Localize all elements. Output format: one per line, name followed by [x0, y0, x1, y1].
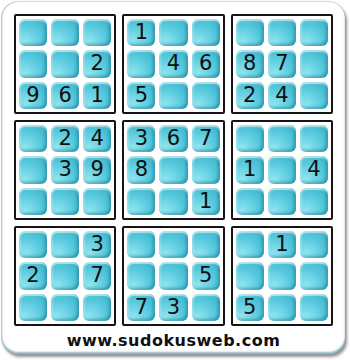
- sudoku-cell-r9c9[interactable]: [300, 294, 328, 321]
- sudoku-cell-r7c8[interactable]: 1: [268, 231, 296, 258]
- sudoku-cell-r2c9[interactable]: [300, 50, 328, 77]
- sudoku-cell-r7c4[interactable]: [127, 231, 155, 258]
- sudoku-cell-r9c5[interactable]: 3: [159, 294, 187, 321]
- sudoku-cell-r8c3[interactable]: 7: [83, 262, 111, 289]
- sudoku-cell-r5c8[interactable]: [268, 156, 296, 183]
- sudoku-cell-r3c4[interactable]: 5: [127, 82, 155, 109]
- sudoku-cell-r4c6[interactable]: 7: [192, 125, 220, 152]
- sudoku-cell-r7c7[interactable]: [236, 231, 264, 258]
- sudoku-cell-r5c9[interactable]: 4: [300, 156, 328, 183]
- sudoku-cell-r6c6[interactable]: 1: [192, 188, 220, 215]
- sudoku-cell-r2c7[interactable]: 8: [236, 50, 264, 77]
- sudoku-cell-r8c5[interactable]: [159, 262, 187, 289]
- sudoku-cell-r7c2[interactable]: [51, 231, 79, 258]
- sudoku-cell-r1c7[interactable]: [236, 19, 264, 46]
- sudoku-cell-r9c7[interactable]: 5: [236, 294, 264, 321]
- sudoku-cell-r4c1[interactable]: [19, 125, 47, 152]
- sudoku-cell-r6c2[interactable]: [51, 188, 79, 215]
- site-url-text: www.sudokusweb.com: [67, 331, 281, 350]
- sudoku-cell-r2c2[interactable]: [51, 50, 79, 77]
- sudoku-cell-r7c5[interactable]: [159, 231, 187, 258]
- sudoku-cell-r4c9[interactable]: [300, 125, 328, 152]
- sudoku-box-9: 15: [231, 226, 333, 326]
- sudoku-cell-r6c9[interactable]: [300, 188, 328, 215]
- sudoku-cell-r2c3[interactable]: 2: [83, 50, 111, 77]
- sudoku-cell-r6c3[interactable]: [83, 188, 111, 215]
- sudoku-cell-r8c6[interactable]: 5: [192, 262, 220, 289]
- sudoku-box-5: 36781: [122, 120, 224, 220]
- sudoku-cell-r2c4[interactable]: [127, 50, 155, 77]
- sudoku-cell-r7c9[interactable]: [300, 231, 328, 258]
- sudoku-cell-r5c4[interactable]: 8: [127, 156, 155, 183]
- sudoku-cell-r8c8[interactable]: [268, 262, 296, 289]
- sudoku-cell-r8c2[interactable]: [51, 262, 79, 289]
- sudoku-box-8: 573: [122, 226, 224, 326]
- sudoku-cell-r1c1[interactable]: [19, 19, 47, 46]
- sudoku-cell-r4c5[interactable]: 6: [159, 125, 187, 152]
- sudoku-cell-r8c9[interactable]: [300, 262, 328, 289]
- sudoku-cell-r7c1[interactable]: [19, 231, 47, 258]
- sudoku-cell-r8c1[interactable]: 2: [19, 262, 47, 289]
- sudoku-cell-r6c4[interactable]: [127, 188, 155, 215]
- sudoku-cell-r5c2[interactable]: 3: [51, 156, 79, 183]
- sudoku-cell-r9c8[interactable]: [268, 294, 296, 321]
- sudoku-cell-r1c2[interactable]: [51, 19, 79, 46]
- sudoku-cell-r3c7[interactable]: 2: [236, 82, 264, 109]
- sudoku-cell-r1c4[interactable]: 1: [127, 19, 155, 46]
- sudoku-cell-r7c6[interactable]: [192, 231, 220, 258]
- sudoku-box-1: 2961: [14, 14, 116, 114]
- sudoku-cell-r9c4[interactable]: 7: [127, 294, 155, 321]
- sudoku-cell-r9c2[interactable]: [51, 294, 79, 321]
- sudoku-cell-r4c3[interactable]: 4: [83, 125, 111, 152]
- sudoku-cell-r6c5[interactable]: [159, 188, 187, 215]
- sudoku-widget: 2961146587242439367811432757315 www.sudo…: [2, 2, 345, 354]
- sudoku-cell-r2c8[interactable]: 7: [268, 50, 296, 77]
- sudoku-cell-r1c6[interactable]: [192, 19, 220, 46]
- sudoku-cell-r5c6[interactable]: [192, 156, 220, 183]
- sudoku-cell-r4c8[interactable]: [268, 125, 296, 152]
- sudoku-cell-r9c3[interactable]: [83, 294, 111, 321]
- sudoku-cell-r2c1[interactable]: [19, 50, 47, 77]
- sudoku-box-7: 327: [14, 226, 116, 326]
- sudoku-cell-r5c3[interactable]: 9: [83, 156, 111, 183]
- sudoku-cell-r1c8[interactable]: [268, 19, 296, 46]
- sudoku-cell-r5c1[interactable]: [19, 156, 47, 183]
- sudoku-cell-r2c5[interactable]: 4: [159, 50, 187, 77]
- sudoku-cell-r4c7[interactable]: [236, 125, 264, 152]
- page: 2961146587242439367811432757315 www.sudo…: [0, 0, 350, 360]
- sudoku-cell-r7c3[interactable]: 3: [83, 231, 111, 258]
- sudoku-cell-r5c7[interactable]: 1: [236, 156, 264, 183]
- sudoku-cell-r3c1[interactable]: 9: [19, 82, 47, 109]
- sudoku-cell-r3c9[interactable]: [300, 82, 328, 109]
- sudoku-board: 2961146587242439367811432757315: [14, 14, 333, 326]
- sudoku-cell-r3c8[interactable]: 4: [268, 82, 296, 109]
- sudoku-box-4: 2439: [14, 120, 116, 220]
- sudoku-cell-r3c6[interactable]: [192, 82, 220, 109]
- sudoku-box-2: 1465: [122, 14, 224, 114]
- sudoku-cell-r6c1[interactable]: [19, 188, 47, 215]
- sudoku-cell-r8c4[interactable]: [127, 262, 155, 289]
- sudoku-cell-r9c6[interactable]: [192, 294, 220, 321]
- sudoku-cell-r8c7[interactable]: [236, 262, 264, 289]
- sudoku-cell-r6c7[interactable]: [236, 188, 264, 215]
- sudoku-box-3: 8724: [231, 14, 333, 114]
- sudoku-cell-r3c5[interactable]: [159, 82, 187, 109]
- sudoku-box-6: 14: [231, 120, 333, 220]
- sudoku-cell-r1c5[interactable]: [159, 19, 187, 46]
- sudoku-cell-r4c2[interactable]: 2: [51, 125, 79, 152]
- sudoku-cell-r1c3[interactable]: [83, 19, 111, 46]
- sudoku-cell-r6c8[interactable]: [268, 188, 296, 215]
- footer-banner: www.sudokusweb.com: [14, 326, 333, 354]
- sudoku-cell-r2c6[interactable]: 6: [192, 50, 220, 77]
- sudoku-cell-r4c4[interactable]: 3: [127, 125, 155, 152]
- sudoku-cell-r1c9[interactable]: [300, 19, 328, 46]
- sudoku-cell-r9c1[interactable]: [19, 294, 47, 321]
- sudoku-cell-r3c2[interactable]: 6: [51, 82, 79, 109]
- sudoku-cell-r5c5[interactable]: [159, 156, 187, 183]
- sudoku-cell-r3c3[interactable]: 1: [83, 82, 111, 109]
